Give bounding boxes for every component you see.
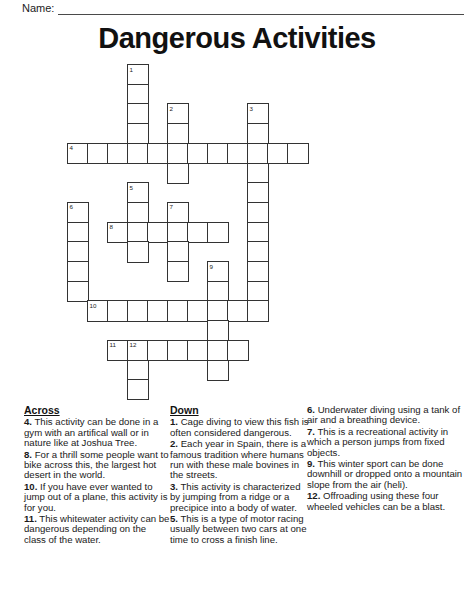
clue-number: 6 [70, 203, 73, 210]
name-row: Name: [22, 2, 464, 15]
grid-cell[interactable]: 5 [127, 182, 149, 203]
grid-cell[interactable]: 3 [247, 103, 269, 124]
clue-item-number: 6. [307, 404, 315, 415]
grid-cell[interactable] [167, 222, 189, 243]
name-input-line[interactable] [58, 2, 464, 15]
across-clues-column: Across 4. This activity can be done in a… [24, 405, 170, 546]
grid-cell[interactable] [247, 123, 269, 144]
clue-number: 12 [130, 341, 137, 348]
clue-item: 8. For a thrill some people want to bike… [24, 450, 170, 481]
grid-cell[interactable]: 2 [167, 103, 189, 124]
grid-cell[interactable]: 1 [127, 64, 149, 85]
clue-item: 11. This whitewater activity can be dang… [24, 514, 170, 545]
clue-item: 12. Offroading using these four wheeled … [307, 491, 467, 512]
grid-cell[interactable]: 7 [167, 202, 189, 223]
grid-cell[interactable] [207, 360, 229, 381]
grid-cell[interactable] [187, 222, 209, 243]
grid-cell[interactable] [227, 340, 249, 361]
grid-cell[interactable] [167, 143, 189, 164]
grid-cell[interactable] [167, 123, 189, 144]
grid-cell[interactable] [67, 241, 89, 262]
grid-cell[interactable] [287, 143, 309, 164]
clue-item-number: 11. [24, 513, 37, 524]
grid-cell[interactable] [247, 182, 269, 203]
down-clue-list-left: 1. Cage diving to view this fish is ofte… [170, 417, 310, 545]
grid-cell[interactable] [67, 261, 89, 282]
grid-cell[interactable] [67, 281, 89, 302]
across-header: Across [24, 405, 170, 415]
grid-cell[interactable]: 6 [67, 202, 89, 223]
grid-cell[interactable] [127, 241, 149, 262]
grid-cell[interactable]: 10 [87, 300, 109, 321]
crossword-grid: 123456789101112 [67, 64, 309, 401]
grid-cell[interactable] [207, 300, 229, 321]
grid-cell[interactable] [207, 222, 229, 243]
clue-item-number: 10. [24, 481, 37, 492]
grid-cell[interactable] [127, 360, 149, 381]
clue-item: 5. This is a type of motor racing usuall… [170, 514, 310, 545]
clue-number: 1 [130, 66, 133, 73]
clue-item: 9. This winter sport can be done downhil… [307, 459, 467, 490]
grid-cell[interactable] [127, 222, 149, 243]
grid-cell[interactable] [247, 300, 269, 321]
grid-cell[interactable] [147, 143, 169, 164]
grid-cell[interactable]: 4 [67, 143, 89, 164]
down-clues-column-left: Down 1. Cage diving to view this fish is… [170, 405, 310, 546]
grid-cell[interactable] [247, 241, 269, 262]
grid-cell[interactable] [207, 320, 229, 341]
grid-cell[interactable] [167, 340, 189, 361]
grid-cell[interactable] [247, 163, 269, 184]
grid-cell[interactable]: 9 [207, 261, 229, 282]
grid-cell[interactable]: 12 [127, 340, 149, 361]
grid-cell[interactable] [207, 340, 229, 361]
clue-item-number: 12. [307, 490, 320, 501]
grid-cell[interactable] [247, 222, 269, 243]
clue-item: 3. This activity is characterized by jum… [170, 482, 310, 513]
grid-cell[interactable] [127, 300, 149, 321]
grid-cell[interactable] [147, 222, 169, 243]
clue-number: 10 [90, 302, 97, 309]
grid-cell[interactable] [167, 163, 189, 184]
across-clue-list: 4. This activity can be done in a gym wi… [24, 417, 170, 545]
grid-cell[interactable] [207, 143, 229, 164]
clue-item: 6. Underwater diving using a tank of air… [307, 405, 467, 426]
grid-cell[interactable] [227, 143, 249, 164]
clue-item-number: 3. [170, 481, 178, 492]
grid-cell[interactable] [127, 84, 149, 105]
clue-number: 8 [110, 223, 113, 230]
puzzle-title: Dangerous Activities [0, 22, 474, 55]
worksheet-page: Name: Dangerous Activities 1234567891011… [0, 0, 474, 613]
grid-cell[interactable] [167, 241, 189, 262]
grid-cell[interactable] [127, 202, 149, 223]
grid-cell[interactable] [67, 222, 89, 243]
grid-cell[interactable]: 8 [107, 222, 129, 243]
grid-cell[interactable] [227, 300, 249, 321]
grid-cell[interactable] [107, 300, 129, 321]
clue-item-number: 8. [24, 449, 32, 460]
grid-cell[interactable] [127, 379, 149, 400]
grid-cell[interactable] [267, 143, 289, 164]
grid-cell[interactable] [207, 281, 229, 302]
down-clue-list-right: 6. Underwater diving using a tank of air… [307, 405, 467, 512]
grid-cell[interactable] [147, 300, 169, 321]
grid-cell[interactable] [127, 143, 149, 164]
grid-cell[interactable] [167, 261, 189, 282]
clue-number: 2 [170, 105, 173, 112]
clue-number: 5 [130, 184, 133, 191]
grid-cell[interactable] [247, 281, 269, 302]
grid-cell[interactable] [187, 300, 209, 321]
clue-item-number: 5. [170, 513, 178, 524]
clue-item: 10. If you have ever wanted to jump out … [24, 482, 170, 513]
grid-cell[interactable] [87, 143, 109, 164]
clue-item-number: 7. [307, 426, 315, 437]
clue-item: 1. Cage diving to view this fish is ofte… [170, 417, 310, 438]
grid-cell[interactable] [247, 261, 269, 282]
clue-number: 11 [110, 341, 116, 348]
clue-number: 7 [170, 203, 173, 210]
down-header: Down [170, 405, 310, 415]
grid-cell[interactable] [167, 300, 189, 321]
clue-item-number: 4. [24, 416, 32, 427]
grid-cell[interactable] [147, 340, 169, 361]
down-clues-column-right: 6. Underwater diving using a tank of air… [307, 405, 467, 513]
clue-number: 3 [250, 105, 253, 112]
clue-item: 4. This activity can be done in a gym wi… [24, 417, 170, 448]
clue-item: 7. This is a recreational activity in wh… [307, 427, 467, 458]
grid-cell[interactable] [127, 103, 149, 124]
grid-cell[interactable] [107, 143, 129, 164]
grid-cell[interactable] [247, 143, 269, 164]
name-label: Name: [22, 2, 54, 15]
grid-cell[interactable] [247, 202, 269, 223]
grid-cell[interactable]: 11 [107, 340, 129, 361]
grid-cell[interactable] [127, 123, 149, 144]
clue-item-number: 1. [170, 416, 178, 427]
clue-item: 2. Each year in Spain, there is a famous… [170, 439, 310, 481]
clue-number: 4 [70, 144, 73, 151]
grid-cell[interactable] [187, 143, 209, 164]
clue-item-number: 2. [170, 438, 178, 449]
clue-item-number: 9. [307, 458, 315, 469]
grid-cell[interactable] [187, 340, 209, 361]
clue-number: 9 [210, 263, 213, 270]
